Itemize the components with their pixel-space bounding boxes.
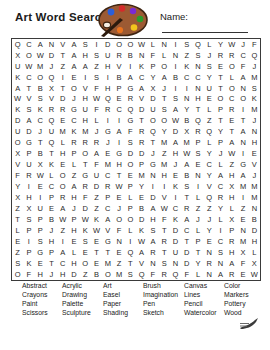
grid-cell: B <box>46 214 57 225</box>
grid-cell: N <box>237 225 248 236</box>
grid-cell: F <box>113 225 124 236</box>
grid-cell: M <box>249 192 260 203</box>
grid-cell: C <box>23 72 34 83</box>
grid-cell: B <box>181 116 192 127</box>
grid-cell: Y <box>12 181 23 192</box>
grid-cell: B <box>249 214 260 225</box>
word-list-item: Lines <box>184 291 224 300</box>
grid-cell: O <box>12 138 23 149</box>
grid-cell: O <box>113 39 124 50</box>
grid-cell: G <box>147 159 158 170</box>
grid-cell: X <box>147 83 158 94</box>
grid-cell: A <box>147 236 158 247</box>
grid-cell: F <box>181 269 192 280</box>
grid-cell: W <box>226 149 237 160</box>
word-list-item: Pencil <box>184 300 224 309</box>
grid-cell: M <box>136 170 147 181</box>
grid-cell: I <box>237 105 248 116</box>
grid-cell: R <box>226 105 237 116</box>
word-list-item: Sculpture <box>62 309 103 318</box>
grid-cell: I <box>91 39 102 50</box>
grid-cell: V <box>136 258 147 269</box>
grid-cell: T <box>125 258 136 269</box>
grid-cell: S <box>159 258 170 269</box>
grid-cell: G <box>102 127 113 138</box>
grid-cell: W <box>136 236 147 247</box>
grid-cell: K <box>46 159 57 170</box>
grid-cell: S <box>181 39 192 50</box>
grid-cell: N <box>192 61 203 72</box>
grid-cell: S <box>35 94 46 105</box>
grid-cell: U <box>102 50 113 61</box>
grid-cell: W <box>35 50 46 61</box>
grid-cell: V <box>204 181 215 192</box>
grid-cell: V <box>136 94 147 105</box>
grid-cell: Q <box>136 269 147 280</box>
grid-cell: G <box>113 149 124 160</box>
grid-cell: L <box>226 203 237 214</box>
grid-cell: E <box>68 72 79 83</box>
grid-cell: W <box>12 94 23 105</box>
grid-cell: V <box>102 225 113 236</box>
grid-cell: D <box>147 192 158 203</box>
grid-cell: P <box>147 61 158 72</box>
grid-cell: O <box>80 149 91 160</box>
grid-cell: W <box>170 116 181 127</box>
grid-cell: B <box>35 83 46 94</box>
grid-cell: S <box>91 50 102 61</box>
grid-cell: O <box>125 214 136 225</box>
grid-cell: Q <box>192 116 203 127</box>
grid-cell: A <box>68 50 79 61</box>
grid-cell: H <box>226 247 237 258</box>
grid-cell: P <box>102 192 113 203</box>
grid-cell: D <box>249 225 260 236</box>
grid-cell: P <box>68 214 79 225</box>
grid-cell: K <box>170 214 181 225</box>
grid-cell: G <box>68 105 79 116</box>
grid-cell: B <box>35 149 46 160</box>
grid-cell: E <box>237 214 248 225</box>
grid-cell: R <box>80 138 91 149</box>
grid-cell: T <box>159 225 170 236</box>
grid-cell: E <box>102 149 113 160</box>
word-list-item: Pottery <box>224 300 254 309</box>
grid-cell: Z <box>226 159 237 170</box>
grid-cell: L <box>192 269 203 280</box>
grid-cell: J <box>147 149 158 160</box>
word-list-item: Brush <box>143 282 184 291</box>
grid-cell: W <box>136 39 147 50</box>
grid-cell: T <box>12 214 23 225</box>
grid-cell: K <box>136 61 147 72</box>
grid-cell: R <box>159 236 170 247</box>
grid-cell: L <box>249 247 260 258</box>
word-list-item: Sketch <box>143 309 184 318</box>
grid-cell: G <box>237 159 248 170</box>
grid-cell: J <box>68 94 79 105</box>
grid-cell: L <box>215 159 226 170</box>
grid-cell: A <box>102 214 113 225</box>
grid-cell: F <box>91 105 102 116</box>
grid-cell: L <box>91 116 102 127</box>
grid-cell: K <box>170 181 181 192</box>
grid-cell: J <box>204 50 215 61</box>
grid-cell: R <box>113 50 124 61</box>
grid-cell: O <box>226 83 237 94</box>
grid-cell: S <box>192 149 203 160</box>
grid-cell: J <box>192 214 203 225</box>
paint-spot-yellow <box>131 24 138 31</box>
grid-cell: P <box>23 225 34 236</box>
grid-cell: Q <box>204 192 215 203</box>
grid-cell: L <box>68 247 79 258</box>
grid-cell: I <box>192 181 203 192</box>
grid-cell: R <box>226 50 237 61</box>
grid-cell: E <box>113 94 124 105</box>
grid-cell: E <box>68 236 79 247</box>
grid-cell: E <box>204 236 215 247</box>
grid-cell: X <box>237 247 248 258</box>
grid-cell: S <box>125 269 136 280</box>
grid-cell: Q <box>102 94 113 105</box>
grid-cell: P <box>125 181 136 192</box>
grid-cell: I <box>237 192 248 203</box>
grid-cell: H <box>226 170 237 181</box>
grid-cell: W <box>91 94 102 105</box>
grid-cell: P <box>125 203 136 214</box>
grid-cell: K <box>35 105 46 116</box>
grid-cell: E <box>35 258 46 269</box>
grid-cell: X <box>23 203 34 214</box>
word-list-item: Imagination <box>143 291 184 300</box>
grid-cell: A <box>226 138 237 149</box>
grid-cell: F <box>23 269 34 280</box>
grid-cell: Q <box>46 138 57 149</box>
grid-cell: F <box>12 170 23 181</box>
grid-cell: L <box>226 72 237 83</box>
grid-cell: O <box>68 83 79 94</box>
grid-cell: V <box>249 159 260 170</box>
grid-cell: C <box>102 203 113 214</box>
page-title: Art Word Search <box>15 11 109 23</box>
grid-cell: J <box>159 83 170 94</box>
grid-cell: V <box>46 94 57 105</box>
grid-cell: Z <box>57 225 68 236</box>
grid-cell: W <box>23 61 34 72</box>
grid-cell: T <box>192 105 203 116</box>
grid-cell: I <box>57 72 68 83</box>
grid-cell: C <box>102 170 113 181</box>
grid-cell: I <box>113 116 124 127</box>
grid-cell: A <box>159 72 170 83</box>
grid-cell: N <box>147 258 158 269</box>
grid-cell: W <box>249 269 260 280</box>
grid-cell: Y <box>215 127 226 138</box>
grid-cell: M <box>113 269 124 280</box>
grid-cell: Q <box>46 72 57 83</box>
grid-cell: K <box>181 61 192 72</box>
grid-cell: J <box>249 116 260 127</box>
grid-cell: D <box>46 50 57 61</box>
grid-cell: R <box>57 105 68 116</box>
grid-cell: A <box>226 258 237 269</box>
grid-cell: D <box>102 39 113 50</box>
word-list-item: Canvas <box>184 282 224 291</box>
grid-cell: H <box>226 192 237 203</box>
grid-cell: H <box>57 269 68 280</box>
grid-cell: R <box>215 50 226 61</box>
grid-cell: N <box>181 94 192 105</box>
grid-cell: N <box>249 203 260 214</box>
grid-cell: G <box>125 116 136 127</box>
grid-cell: N <box>46 39 57 50</box>
grid-cell: M <box>57 127 68 138</box>
word-list-item: Abstract <box>22 282 62 291</box>
word-list-item: Art <box>103 282 143 291</box>
grid-cell: O <box>113 214 124 225</box>
grid-cell: T <box>181 236 192 247</box>
grid-cell: X <box>181 127 192 138</box>
paint-palette-icon <box>96 1 150 37</box>
grid-cell: L <box>125 225 136 236</box>
grid-cell: O <box>159 61 170 72</box>
grid-cell: F <box>237 258 248 269</box>
grid-cell: D <box>136 105 147 116</box>
grid-cell: T <box>46 149 57 160</box>
word-list-item: Easel <box>103 291 143 300</box>
grid-cell: N <box>249 127 260 138</box>
grid-cell: L <box>204 138 215 149</box>
grid-cell: D <box>68 269 79 280</box>
grid-cell: J <box>35 127 46 138</box>
grid-cell: R <box>91 138 102 149</box>
grid-cell: D <box>80 203 91 214</box>
grid-cell: N <box>237 138 248 149</box>
word-list-item: Crayons <box>22 291 62 300</box>
grid-cell: I <box>147 181 158 192</box>
grid-cell: C <box>23 39 34 50</box>
grid-cell: X <box>226 214 237 225</box>
grid-cell: T <box>113 170 124 181</box>
grid-cell: F <box>80 192 91 203</box>
grid-cell: S <box>91 72 102 83</box>
grid-cell: Q <box>12 39 23 50</box>
word-list-item: Scissors <box>22 309 62 318</box>
grid-cell: O <box>147 116 158 127</box>
grid-cell: J <box>204 214 215 225</box>
grid-cell: O <box>237 94 248 105</box>
grid-cell: V <box>113 61 124 72</box>
grid-cell: Y <box>159 127 170 138</box>
grid-cell: P <box>46 192 57 203</box>
grid-cell: T <box>159 94 170 105</box>
grid-cell: A <box>237 127 248 138</box>
grid-cell: H <box>102 61 113 72</box>
grid-cell: B <box>113 72 124 83</box>
grid-cell: P <box>136 159 147 170</box>
grid-cell: E <box>12 236 23 247</box>
grid-cell: L <box>192 225 203 236</box>
grid-cell: A <box>125 72 136 83</box>
grid-cell: A <box>57 247 68 258</box>
grid-cell: I <box>23 181 34 192</box>
grid-cell: U <box>204 83 215 94</box>
grid-cell: O <box>57 170 68 181</box>
grid-cell: R <box>204 258 215 269</box>
grid-cell: Y <box>215 39 226 50</box>
grid-cell: P <box>23 247 34 258</box>
grid-cell: E <box>170 170 181 181</box>
grid-cell: C <box>35 116 46 127</box>
grid-cell: I <box>170 83 181 94</box>
grid-cell: S <box>80 236 91 247</box>
grid-cell: A <box>170 138 181 149</box>
grid-cell: C <box>113 105 124 116</box>
grid-cell: T <box>23 83 34 94</box>
grid-cell: M <box>249 72 260 83</box>
grid-cell: S <box>192 50 203 61</box>
grid-cell: O <box>125 39 136 50</box>
grid-cell: R <box>80 181 91 192</box>
grid-cell: M <box>35 61 46 72</box>
word-grid: QCANVASIDOOWLNISQLYWJFXOWDTAHSURBNFLNZSJ… <box>11 38 261 281</box>
grid-cell: I <box>215 225 226 236</box>
grid-cell: Q <box>147 127 158 138</box>
grid-cell: M <box>102 159 113 170</box>
name-label: Name: <box>160 11 188 22</box>
grid-cell: Y <box>215 203 226 214</box>
grid-cell: J <box>68 203 79 214</box>
grid-cell: Q <box>125 105 136 116</box>
grid-cell: S <box>23 105 34 116</box>
grid-cell: O <box>57 181 68 192</box>
grid-cell: X <box>12 149 23 160</box>
grid-cell: S <box>35 236 46 247</box>
grid-cell: R <box>136 127 147 138</box>
grid-cell: S <box>125 138 136 149</box>
grid-cell: V <box>80 83 91 94</box>
grid-cell: Q <box>192 39 203 50</box>
grid-cell: J <box>46 225 57 236</box>
grid-cell: D <box>170 236 181 247</box>
grid-cell: I <box>170 61 181 72</box>
grid-cell: Z <box>192 203 203 214</box>
grid-cell: T <box>237 116 248 127</box>
grid-cell: M <box>80 127 91 138</box>
grid-cell: L <box>125 192 136 203</box>
grid-cell: C <box>181 72 192 83</box>
grid-cell: P <box>215 138 226 149</box>
grid-cell: W <box>226 39 237 50</box>
grid-cell: D <box>136 214 147 225</box>
grid-cell: K <box>23 258 34 269</box>
grid-cell: U <box>147 105 158 116</box>
grid-cell: F <box>249 39 260 50</box>
grid-cell: Q <box>204 127 215 138</box>
grid-cell: I <box>102 116 113 127</box>
grid-cell: W <box>57 214 68 225</box>
grid-cell: H <box>80 116 91 127</box>
grid-cell: T <box>57 50 68 61</box>
grid-cell: D <box>170 225 181 236</box>
grid-cell: A <box>237 72 248 83</box>
grid-cell: Z <box>12 247 23 258</box>
grid-cell: Y <box>204 225 215 236</box>
grid-cell: V <box>12 159 23 170</box>
grid-cell: R <box>159 269 170 280</box>
grid-cell: C <box>68 116 79 127</box>
grid-cell: A <box>147 203 158 214</box>
grid-cell: L <box>215 214 226 225</box>
grid-cell: A <box>12 83 23 94</box>
grid-cell: A <box>237 170 248 181</box>
grid-cell: T <box>80 159 91 170</box>
grid-cell: H <box>68 258 79 269</box>
grid-cell: D <box>12 116 23 127</box>
grid-cell: R <box>46 105 57 116</box>
grid-cell: Z <box>91 203 102 214</box>
grid-cell: M <box>249 181 260 192</box>
grid-cell: G <box>35 247 46 258</box>
grid-cell: K <box>68 127 79 138</box>
grid-cell: W <box>159 203 170 214</box>
grid-cell: I <box>57 236 68 247</box>
grid-cell: H <box>249 236 260 247</box>
grid-cell: S <box>159 105 170 116</box>
grid-cell: C <box>136 72 147 83</box>
grid-cell: K <box>91 214 102 225</box>
grid-cell: U <box>46 127 57 138</box>
grid-cell: U <box>80 105 91 116</box>
grid-cell: A <box>68 181 79 192</box>
grid-cell: K <box>12 72 23 83</box>
grid-cell: T <box>192 247 203 258</box>
grid-cell: W <box>113 181 124 192</box>
grid-cell: K <box>249 94 260 105</box>
grid-cell: L <box>192 192 203 203</box>
grid-cell: P <box>23 149 34 160</box>
grid-cell: F <box>147 269 158 280</box>
grid-cell: H <box>102 83 113 94</box>
grid-cell: Z <box>204 203 215 214</box>
grid-cell: A <box>68 61 79 72</box>
grid-cell: Y <box>204 149 215 160</box>
grid-cell: N <box>170 50 181 61</box>
grid-cell: J <box>249 61 260 72</box>
grid-cell: U <box>12 61 23 72</box>
grid-cell: R <box>181 203 192 214</box>
grid-cell: C <box>192 72 203 83</box>
paint-spot-purple <box>130 8 136 14</box>
grid-cell: A <box>91 149 102 160</box>
grid-cell: T <box>159 247 170 258</box>
grid-cell: T <box>46 258 57 269</box>
grid-cell: B <box>91 269 102 280</box>
grid-cell: P <box>68 149 79 160</box>
grid-cell: Y <box>204 72 215 83</box>
grid-cell: Y <box>147 72 158 83</box>
grid-cell: E <box>113 192 124 203</box>
grid-cell: S <box>12 258 23 269</box>
grid-cell: Q <box>125 247 136 258</box>
grid-cell: L <box>68 159 79 170</box>
grid-cell: C <box>226 94 237 105</box>
grid-cell: S <box>147 225 158 236</box>
grid-cell: S <box>249 83 260 94</box>
word-list-item: Paint <box>22 300 62 309</box>
word-list: AbstractAcrylicArtBrushCanvasColorCrayon… <box>22 282 254 318</box>
